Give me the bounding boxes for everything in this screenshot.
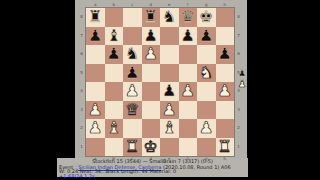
piece-black-rook: ♜	[86, 8, 105, 27]
square-f2[interactable]	[179, 119, 198, 138]
file-label: c	[123, 2, 142, 7]
square-e3[interactable]: ♟	[160, 101, 179, 120]
file-label: h	[216, 2, 235, 7]
captured-material-tray: ♟ ♟	[236, 68, 248, 90]
square-b3[interactable]	[105, 101, 124, 120]
square-f7[interactable]: ♟	[179, 27, 198, 46]
square-a8[interactable]: ♜	[86, 8, 105, 27]
square-c3[interactable]: ♛	[123, 101, 142, 120]
square-d7[interactable]: ♟	[142, 27, 161, 46]
square-f4[interactable]: ♟	[179, 82, 198, 101]
square-d4[interactable]	[142, 82, 161, 101]
piece-black-pawn: ♟	[216, 45, 235, 64]
square-f6[interactable]	[179, 45, 198, 64]
square-h5[interactable]	[216, 64, 235, 83]
square-e6[interactable]	[160, 45, 179, 64]
piece-black-pawn: ♟	[105, 45, 124, 64]
square-f3[interactable]	[179, 101, 198, 120]
rank-label: 7	[236, 27, 241, 46]
piece-black-pawn: ♟	[160, 82, 179, 101]
rank-label: 6	[79, 45, 84, 64]
piece-white-pawn: ♟	[216, 82, 235, 101]
engine-eval-line: +1.68/24 1.2s	[59, 174, 95, 179]
rank-label: 6	[236, 45, 241, 64]
captured-black-pawn-icon: ♟	[236, 68, 248, 79]
square-a5[interactable]	[86, 64, 105, 83]
piece-white-pawn: ♟	[160, 101, 179, 120]
rank-label: 3	[79, 101, 84, 120]
square-g8[interactable]: ♚	[197, 8, 216, 27]
square-g4[interactable]	[197, 82, 216, 101]
square-h3[interactable]	[216, 101, 235, 120]
piece-black-king: ♚	[197, 8, 216, 27]
square-g2[interactable]: ♟	[197, 119, 216, 138]
square-d8[interactable]: ♜	[142, 8, 161, 27]
square-g7[interactable]: ♟	[197, 27, 216, 46]
piece-black-pawn: ♟	[197, 27, 216, 46]
rank-label: 2	[236, 119, 241, 138]
square-b6[interactable]: ♟	[105, 45, 124, 64]
square-c5[interactable]: ♟	[123, 64, 142, 83]
square-a3[interactable]: ♟	[86, 101, 105, 120]
rank-label: 8	[236, 8, 241, 27]
square-b7[interactable]: ♝	[105, 27, 124, 46]
chess-board: ♜♜♞♛♚♟♝♟♟♟♟♞♟♟♟♞♟♟♟♟♟♛♟♟♝♝♟♜♚♜	[86, 8, 234, 156]
rank-labels-left: 87654321	[79, 8, 84, 156]
piece-black-pawn: ♟	[179, 27, 198, 46]
captured-white-pawn-icon: ♟	[236, 79, 248, 90]
square-c4[interactable]: ♟	[123, 82, 142, 101]
square-h6[interactable]: ♟	[216, 45, 235, 64]
piece-white-queen: ♛	[123, 101, 142, 120]
square-d3[interactable]	[142, 101, 161, 120]
square-c7[interactable]	[123, 27, 142, 46]
square-b4[interactable]	[105, 82, 124, 101]
square-g6[interactable]	[197, 45, 216, 64]
square-e4[interactable]: ♟	[160, 82, 179, 101]
square-c1[interactable]: ♜	[123, 138, 142, 157]
piece-black-queen: ♛	[179, 8, 198, 27]
square-g1[interactable]	[197, 138, 216, 157]
square-d5[interactable]	[142, 64, 161, 83]
square-f8[interactable]: ♛	[179, 8, 198, 27]
piece-black-knight: ♞	[123, 45, 142, 64]
square-d2[interactable]	[142, 119, 161, 138]
piece-white-rook: ♜	[216, 138, 235, 157]
rank-label: 1	[79, 138, 84, 157]
square-b1[interactable]	[105, 138, 124, 157]
square-b5[interactable]	[105, 64, 124, 83]
square-c6[interactable]: ♞	[123, 45, 142, 64]
square-e8[interactable]: ♞	[160, 8, 179, 27]
rank-label: 2	[79, 119, 84, 138]
piece-black-bishop: ♝	[105, 27, 124, 46]
square-e7[interactable]	[160, 27, 179, 46]
piece-black-rook: ♜	[142, 8, 161, 27]
piece-black-pawn: ♟	[86, 27, 105, 46]
piece-white-king: ♚	[142, 138, 161, 157]
piece-black-knight: ♞	[160, 8, 179, 27]
square-b2[interactable]: ♝	[105, 119, 124, 138]
square-g5[interactable]: ♞	[197, 64, 216, 83]
square-e2[interactable]: ♝	[160, 119, 179, 138]
piece-white-pawn: ♟	[142, 45, 161, 64]
square-f5[interactable]	[179, 64, 198, 83]
piece-white-knight: ♞	[197, 64, 216, 83]
rank-label: 7	[79, 27, 84, 46]
square-h7[interactable]	[216, 27, 235, 46]
piece-white-rook: ♜	[123, 138, 142, 157]
square-c2[interactable]	[123, 119, 142, 138]
video-frame: abcdefgh abcdefgh 87654321 87654321 ♜♜♞♛…	[0, 0, 320, 180]
rank-label: 1	[236, 138, 241, 157]
rank-label: 5	[79, 64, 84, 83]
square-a4[interactable]	[86, 82, 105, 101]
piece-white-pawn: ♟	[197, 119, 216, 138]
square-f1[interactable]	[179, 138, 198, 157]
square-e1[interactable]	[160, 138, 179, 157]
square-h1[interactable]: ♜	[216, 138, 235, 157]
square-d6[interactable]: ♟	[142, 45, 161, 64]
piece-white-pawn: ♟	[179, 82, 198, 101]
file-label: b	[105, 2, 124, 7]
piece-white-bishop: ♝	[105, 119, 124, 138]
rank-label: 4	[79, 82, 84, 101]
square-a6[interactable]	[86, 45, 105, 64]
piece-white-pawn: ♟	[86, 101, 105, 120]
square-a7[interactable]: ♟	[86, 27, 105, 46]
piece-white-bishop: ♝	[160, 119, 179, 138]
piece-white-pawn: ♟	[123, 82, 142, 101]
piece-black-pawn: ♟	[123, 64, 142, 83]
rank-label: 8	[79, 8, 84, 27]
square-a2[interactable]: ♟	[86, 119, 105, 138]
piece-white-pawn: ♟	[86, 119, 105, 138]
square-h8[interactable]	[216, 8, 235, 27]
square-c8[interactable]	[123, 8, 142, 27]
rank-label: 3	[236, 101, 241, 120]
square-h4[interactable]: ♟	[216, 82, 235, 101]
piece-black-pawn: ♟	[142, 27, 161, 46]
square-d1[interactable]: ♚	[142, 138, 161, 157]
square-g3[interactable]	[197, 101, 216, 120]
square-e5[interactable]	[160, 64, 179, 83]
square-b8[interactable]	[105, 8, 124, 27]
square-a1[interactable]	[86, 138, 105, 157]
square-h2[interactable]	[216, 119, 235, 138]
